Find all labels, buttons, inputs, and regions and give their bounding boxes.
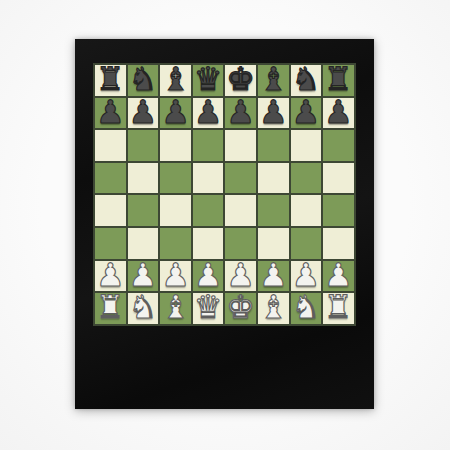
square-a3[interactable] — [95, 228, 126, 259]
white-bishop-piece: ♝ — [161, 291, 190, 323]
black-pawn-piece: ♟ — [259, 96, 288, 128]
square-f6[interactable] — [258, 130, 289, 161]
black-bishop-piece: ♝ — [161, 63, 190, 95]
square-h4[interactable] — [323, 195, 354, 226]
square-f2[interactable]: ♟ — [258, 261, 289, 292]
square-h5[interactable] — [323, 163, 354, 194]
white-pawn-piece: ♟ — [161, 259, 190, 291]
square-b8[interactable]: ♞ — [128, 65, 159, 96]
square-b4[interactable] — [128, 195, 159, 226]
square-e5[interactable] — [225, 163, 256, 194]
square-c8[interactable]: ♝ — [160, 65, 191, 96]
black-king-piece: ♚ — [226, 63, 255, 95]
square-b3[interactable] — [128, 228, 159, 259]
white-rook-piece: ♜ — [324, 291, 353, 323]
square-a5[interactable] — [95, 163, 126, 194]
square-c1[interactable]: ♝ — [160, 293, 191, 324]
square-h8[interactable]: ♜ — [323, 65, 354, 96]
black-pawn-piece: ♟ — [96, 96, 125, 128]
square-c4[interactable] — [160, 195, 191, 226]
square-f1[interactable]: ♝ — [258, 293, 289, 324]
square-f5[interactable] — [258, 163, 289, 194]
black-knight-piece: ♞ — [129, 63, 158, 95]
square-g7[interactable]: ♟ — [291, 98, 322, 129]
square-f8[interactable]: ♝ — [258, 65, 289, 96]
black-rook-piece: ♜ — [324, 63, 353, 95]
square-e1[interactable]: ♚ — [225, 293, 256, 324]
square-h6[interactable] — [323, 130, 354, 161]
white-pawn-piece: ♟ — [226, 259, 255, 291]
square-c6[interactable] — [160, 130, 191, 161]
white-pawn-piece: ♟ — [96, 259, 125, 291]
white-queen-piece: ♛ — [194, 291, 223, 323]
black-bishop-piece: ♝ — [259, 63, 288, 95]
square-g2[interactable]: ♟ — [291, 261, 322, 292]
black-pawn-piece: ♟ — [226, 96, 255, 128]
square-e3[interactable] — [225, 228, 256, 259]
black-pawn-piece: ♟ — [194, 96, 223, 128]
square-d8[interactable]: ♛ — [193, 65, 224, 96]
square-b2[interactable]: ♟ — [128, 261, 159, 292]
square-b7[interactable]: ♟ — [128, 98, 159, 129]
square-e7[interactable]: ♟ — [225, 98, 256, 129]
white-bishop-piece: ♝ — [259, 291, 288, 323]
square-a7[interactable]: ♟ — [95, 98, 126, 129]
square-g1[interactable]: ♞ — [291, 293, 322, 324]
square-a8[interactable]: ♜ — [95, 65, 126, 96]
white-knight-piece: ♞ — [129, 291, 158, 323]
square-a6[interactable] — [95, 130, 126, 161]
black-pawn-piece: ♟ — [324, 96, 353, 128]
square-d7[interactable]: ♟ — [193, 98, 224, 129]
square-g3[interactable] — [291, 228, 322, 259]
white-pawn-piece: ♟ — [324, 259, 353, 291]
square-a4[interactable] — [95, 195, 126, 226]
square-a1[interactable]: ♜ — [95, 293, 126, 324]
square-c5[interactable] — [160, 163, 191, 194]
square-h7[interactable]: ♟ — [323, 98, 354, 129]
square-f7[interactable]: ♟ — [258, 98, 289, 129]
square-b1[interactable]: ♞ — [128, 293, 159, 324]
square-g5[interactable] — [291, 163, 322, 194]
black-queen-piece: ♛ — [194, 63, 223, 95]
square-g4[interactable] — [291, 195, 322, 226]
art-board: ♜♞♝♛♚♝♞♜♟♟♟♟♟♟♟♟♟♟♟♟♟♟♟♟♜♞♝♛♚♝♞♜ — [75, 39, 374, 409]
square-d2[interactable]: ♟ — [193, 261, 224, 292]
white-rook-piece: ♜ — [96, 291, 125, 323]
chess-board: ♜♞♝♛♚♝♞♜♟♟♟♟♟♟♟♟♟♟♟♟♟♟♟♟♜♞♝♛♚♝♞♜ — [93, 63, 356, 326]
square-f4[interactable] — [258, 195, 289, 226]
square-c3[interactable] — [160, 228, 191, 259]
white-king-piece: ♚ — [226, 291, 255, 323]
white-pawn-piece: ♟ — [292, 259, 321, 291]
white-pawn-piece: ♟ — [194, 259, 223, 291]
square-e6[interactable] — [225, 130, 256, 161]
white-pawn-piece: ♟ — [259, 259, 288, 291]
black-pawn-piece: ♟ — [161, 96, 190, 128]
white-knight-piece: ♞ — [292, 291, 321, 323]
square-b6[interactable] — [128, 130, 159, 161]
square-d4[interactable] — [193, 195, 224, 226]
square-d1[interactable]: ♛ — [193, 293, 224, 324]
square-h2[interactable]: ♟ — [323, 261, 354, 292]
square-e2[interactable]: ♟ — [225, 261, 256, 292]
black-pawn-piece: ♟ — [129, 96, 158, 128]
square-g6[interactable] — [291, 130, 322, 161]
black-rook-piece: ♜ — [96, 63, 125, 95]
product-photo-background: ♜♞♝♛♚♝♞♜♟♟♟♟♟♟♟♟♟♟♟♟♟♟♟♟♜♞♝♛♚♝♞♜ — [0, 0, 450, 450]
square-b5[interactable] — [128, 163, 159, 194]
square-d3[interactable] — [193, 228, 224, 259]
white-pawn-piece: ♟ — [129, 259, 158, 291]
black-knight-piece: ♞ — [292, 63, 321, 95]
square-c2[interactable]: ♟ — [160, 261, 191, 292]
square-h1[interactable]: ♜ — [323, 293, 354, 324]
square-f3[interactable] — [258, 228, 289, 259]
square-d6[interactable] — [193, 130, 224, 161]
square-a2[interactable]: ♟ — [95, 261, 126, 292]
square-e8[interactable]: ♚ — [225, 65, 256, 96]
square-c7[interactable]: ♟ — [160, 98, 191, 129]
black-pawn-piece: ♟ — [292, 96, 321, 128]
square-h3[interactable] — [323, 228, 354, 259]
square-g8[interactable]: ♞ — [291, 65, 322, 96]
square-d5[interactable] — [193, 163, 224, 194]
square-e4[interactable] — [225, 195, 256, 226]
